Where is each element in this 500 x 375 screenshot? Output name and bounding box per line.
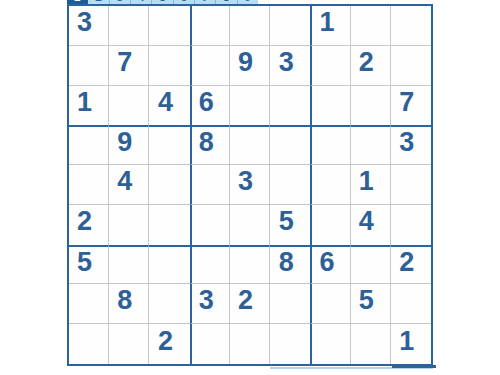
cell-digit: 7 [117,49,132,76]
cell-r7c8[interactable] [351,245,391,285]
cell-r7c6[interactable]: 8 [270,245,310,285]
cell-r5c4[interactable] [190,165,230,205]
cell-digit: 4 [359,208,374,235]
cell-digit: 4 [117,168,132,195]
cell-r8c8[interactable]: 5 [351,284,391,324]
cell-r4c2[interactable]: 9 [109,125,149,165]
cell-digit: 2 [158,328,173,355]
cell-r2c2[interactable]: 7 [109,46,149,86]
cell-r6c6[interactable]: 5 [270,205,310,245]
cell-r3c4[interactable]: 6 [190,86,230,126]
cell-r3c6[interactable] [270,86,310,126]
cell-r4c4[interactable]: 8 [190,125,230,165]
cell-r9c8[interactable] [351,324,391,364]
cell-r1c3[interactable] [149,6,189,46]
cell-digit: 3 [238,168,253,195]
cell-r4c1[interactable] [69,125,109,165]
cell-r8c1[interactable] [69,284,109,324]
cell-r6c3[interactable] [149,205,189,245]
sudoku-app: 123456789 31793214679834312545862832521 [0,0,500,375]
cell-r4c6[interactable] [270,125,310,165]
cell-r4c3[interactable] [149,125,189,165]
cell-r3c9[interactable]: 7 [391,86,431,126]
cell-digit: 1 [399,328,414,355]
cell-r1c2[interactable] [109,6,149,46]
cell-r5c3[interactable] [149,165,189,205]
cell-digit: 1 [319,9,334,36]
cell-digit: 3 [199,287,214,314]
cell-r7c9[interactable]: 2 [391,245,431,285]
cell-digit: 3 [279,49,294,76]
cell-r7c3[interactable] [149,245,189,285]
cell-digit: 4 [158,89,173,116]
cell-digit: 7 [399,89,414,116]
cell-r7c4[interactable] [190,245,230,285]
cell-r5c1[interactable] [69,165,109,205]
cell-r6c4[interactable] [190,205,230,245]
cell-digit: 2 [238,287,253,314]
cell-r1c6[interactable] [270,6,310,46]
cell-digit: 9 [238,49,253,76]
cell-r7c2[interactable] [109,245,149,285]
cell-r8c9[interactable] [391,284,431,324]
cell-r9c1[interactable] [69,324,109,364]
cell-r9c3[interactable]: 2 [149,324,189,364]
cell-digit: 8 [117,287,132,314]
cell-r2c8[interactable]: 2 [351,46,391,86]
cell-r2c5[interactable]: 9 [230,46,270,86]
cell-r7c1[interactable]: 5 [69,245,109,285]
cell-digit: 5 [279,208,294,235]
cell-digit: 5 [359,287,374,314]
cell-r5c5[interactable]: 3 [230,165,270,205]
cell-r2c4[interactable] [190,46,230,86]
cell-r9c7[interactable] [310,324,350,364]
cell-r9c4[interactable] [190,324,230,364]
cell-r1c1[interactable]: 3 [69,6,109,46]
cell-r8c4[interactable]: 3 [190,284,230,324]
cell-r6c9[interactable] [391,205,431,245]
cell-r3c1[interactable]: 1 [69,86,109,126]
cell-r7c5[interactable] [230,245,270,285]
sudoku-board: 31793214679834312545862832521 [67,4,433,366]
cell-digit: 2 [77,208,92,235]
cell-digit: 1 [77,89,92,116]
cell-r9c9[interactable]: 1 [391,324,431,364]
cell-r1c9[interactable] [391,6,431,46]
cell-r6c1[interactable]: 2 [69,205,109,245]
cell-digit: 6 [199,89,214,116]
cell-r8c5[interactable]: 2 [230,284,270,324]
cell-digit: 2 [399,249,414,276]
cell-r9c5[interactable] [230,324,270,364]
cell-r5c6[interactable] [270,165,310,205]
cell-r2c1[interactable] [69,46,109,86]
cell-digit: 5 [77,249,92,276]
cell-r4c7[interactable] [310,125,350,165]
cell-r3c5[interactable] [230,86,270,126]
cell-r5c2[interactable]: 4 [109,165,149,205]
cell-r3c7[interactable] [310,86,350,126]
cell-r8c3[interactable] [149,284,189,324]
cell-r6c8[interactable]: 4 [351,205,391,245]
cell-r2c7[interactable] [310,46,350,86]
cell-r6c2[interactable] [109,205,149,245]
cell-r7c7[interactable]: 6 [310,245,350,285]
cell-digit: 8 [199,129,214,156]
cutoff-panel-edge-dark [392,365,436,368]
cell-digit: 1 [359,168,374,195]
cell-r5c7[interactable] [310,165,350,205]
cell-r4c9[interactable]: 3 [391,125,431,165]
cell-digit: 8 [279,249,294,276]
cell-digit: 3 [77,9,92,36]
cell-r6c7[interactable] [310,205,350,245]
cell-r3c8[interactable] [351,86,391,126]
cell-digit: 3 [399,129,414,156]
cell-digit: 2 [359,49,374,76]
cell-r8c2[interactable]: 8 [109,284,149,324]
cell-r2c6[interactable]: 3 [270,46,310,86]
cell-r1c7[interactable]: 1 [310,6,350,46]
cell-r1c8[interactable] [351,6,391,46]
cell-r3c3[interactable]: 4 [149,86,189,126]
cell-r5c9[interactable] [391,165,431,205]
cell-r9c2[interactable] [109,324,149,364]
cell-r5c8[interactable]: 1 [351,165,391,205]
cell-r6c5[interactable] [230,205,270,245]
cell-r3c2[interactable] [109,86,149,126]
cell-r1c5[interactable] [230,6,270,46]
cell-r2c9[interactable] [391,46,431,86]
cell-digit: 9 [117,129,132,156]
cell-r8c7[interactable] [310,284,350,324]
cell-r4c8[interactable] [351,125,391,165]
cell-r8c6[interactable] [270,284,310,324]
cell-r2c3[interactable] [149,46,189,86]
cell-digit: 6 [319,249,334,276]
cell-r9c6[interactable] [270,324,310,364]
cell-r4c5[interactable] [230,125,270,165]
cell-r1c4[interactable] [190,6,230,46]
